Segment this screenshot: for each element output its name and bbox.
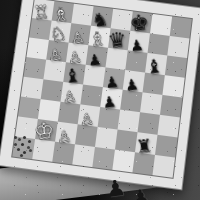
square-g4 xyxy=(140,92,162,114)
square-h3 xyxy=(157,115,179,138)
square-g7 xyxy=(148,33,170,55)
square-e5: ♟ xyxy=(103,67,125,89)
square-g3 xyxy=(138,112,160,135)
square-b4 xyxy=(41,79,64,101)
square-h5 xyxy=(162,75,184,97)
black-pawn: ♟ xyxy=(130,38,145,54)
black-rook: ♜ xyxy=(135,137,153,157)
square-e7: ♛ xyxy=(108,28,130,50)
square-h1 xyxy=(153,155,176,178)
square-b8: ♗ xyxy=(52,1,74,23)
chess-board: ♖♗♞♚♘♙♗♛♟♙♙♟♝♝♟♟♙♟♙♔♙♜ xyxy=(0,0,200,190)
square-f8: ♚ xyxy=(130,11,152,33)
square-e2 xyxy=(95,127,118,150)
square-h7 xyxy=(167,36,189,58)
square-f5: ♟ xyxy=(123,70,145,92)
square-f2 xyxy=(115,130,138,153)
black-pawn: ♟ xyxy=(88,53,103,69)
square-f1 xyxy=(112,150,135,173)
square-g6: ♝ xyxy=(145,53,167,75)
white-bishop: ♗ xyxy=(88,29,107,49)
square-h8 xyxy=(170,16,192,38)
square-g8 xyxy=(150,14,172,36)
white-pawn: ♙ xyxy=(62,89,77,105)
square-d4 xyxy=(80,85,102,107)
white-pawn: ♙ xyxy=(71,31,86,47)
chess-photo: ♖♗♞♚♘♙♗♛♟♙♙♟♝♝♟♟♙♟♙♔♙♜ ♟ ♟ xyxy=(0,0,200,200)
square-f3 xyxy=(118,110,140,133)
square-c2: ♙ xyxy=(55,122,78,145)
square-h2 xyxy=(155,135,177,158)
white-pawn: ♙ xyxy=(57,129,72,145)
white-knight: ♘ xyxy=(49,24,68,44)
captured-black-pawn: ♟ xyxy=(131,186,152,200)
square-c5: ♝ xyxy=(63,62,85,84)
black-queen: ♛ xyxy=(107,30,128,52)
square-b2: ♔ xyxy=(35,119,58,142)
square-e1 xyxy=(92,147,115,170)
border-speckle-marks xyxy=(14,136,17,139)
white-rook: ♖ xyxy=(32,3,49,22)
black-bishop: ♝ xyxy=(145,56,164,76)
white-king: ♔ xyxy=(33,119,55,143)
black-pawn: ♟ xyxy=(125,77,140,93)
white-pawn: ♙ xyxy=(80,112,95,128)
black-king: ♚ xyxy=(128,12,150,35)
black-pawn: ♟ xyxy=(105,75,120,91)
white-pawn: ♙ xyxy=(48,47,63,63)
square-d1 xyxy=(72,144,95,167)
board-grid: ♖♗♞♚♘♙♗♛♟♙♙♟♝♝♟♟♙♟♙♔♙♜ xyxy=(12,0,192,178)
black-pawn: ♟ xyxy=(102,95,117,111)
square-d3: ♙ xyxy=(78,104,101,127)
black-bishop: ♝ xyxy=(63,66,82,86)
square-d8: ♞ xyxy=(91,6,113,28)
square-h6 xyxy=(165,55,187,77)
captured-black-pawn: ♟ xyxy=(105,177,128,200)
square-h4 xyxy=(160,95,182,118)
square-g2: ♜ xyxy=(135,132,158,155)
